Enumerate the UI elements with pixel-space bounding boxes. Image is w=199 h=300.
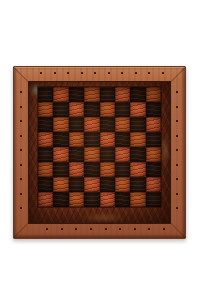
- photo-background: [0, 0, 199, 300]
- square-b7: [53, 102, 68, 117]
- frame-dot-column-right: [176, 91, 179, 209]
- square-c1: [69, 192, 84, 207]
- frame-dot-row-bottom: [46, 228, 165, 231]
- square-c7: [69, 102, 84, 117]
- inlay-dot: [119, 228, 121, 230]
- square-f4: [115, 147, 130, 162]
- inlay-dot: [148, 72, 150, 74]
- inlay-dot: [176, 120, 178, 122]
- square-g7: [130, 102, 145, 117]
- frame-miter-top-right: [171, 67, 186, 82]
- marble-vein-bottom: [81, 213, 127, 223]
- inlay-dot: [81, 72, 83, 74]
- square-b5: [53, 132, 68, 147]
- square-e6: [100, 117, 115, 132]
- inlay-dot: [105, 228, 107, 230]
- inlay-dot: [176, 106, 178, 108]
- square-e8: [100, 87, 115, 102]
- inlay-dot: [176, 193, 178, 195]
- square-b1: [53, 192, 68, 207]
- square-g4: [130, 147, 145, 162]
- inlay-dot: [176, 164, 178, 166]
- square-d2: [84, 177, 99, 192]
- inlay-dot: [67, 72, 69, 74]
- frame-miter-top-left: [13, 67, 28, 82]
- inlay-dot: [20, 106, 22, 108]
- square-b4: [53, 147, 68, 162]
- square-f8: [115, 87, 130, 102]
- inlay-dot: [20, 207, 22, 209]
- inlay-dot: [61, 228, 63, 230]
- inlay-dot: [20, 164, 22, 166]
- inlay-dot: [54, 72, 56, 74]
- square-d5: [84, 132, 99, 147]
- inlay-dot: [162, 72, 164, 74]
- inlay-dot: [176, 149, 178, 151]
- inlay-dot: [75, 228, 77, 230]
- inlay-dot: [135, 72, 137, 74]
- square-e4: [100, 147, 115, 162]
- square-b6: [53, 117, 68, 132]
- square-e7: [100, 102, 115, 117]
- square-g3: [130, 162, 145, 177]
- inlay-dot: [40, 72, 42, 74]
- square-d8: [84, 87, 99, 102]
- square-a4: [38, 147, 53, 162]
- square-d3: [84, 162, 99, 177]
- inlay-dot: [20, 91, 22, 93]
- square-a2: [38, 177, 53, 192]
- square-c5: [69, 132, 84, 147]
- square-h6: [146, 117, 161, 132]
- square-g5: [130, 132, 145, 147]
- frame-dot-column-left: [20, 91, 23, 209]
- frame-miter-bottom-left: [13, 223, 28, 238]
- square-f1: [115, 192, 130, 207]
- square-a3: [38, 162, 53, 177]
- square-c3: [69, 162, 84, 177]
- inlay-dot: [134, 228, 136, 230]
- inlay-dot: [20, 149, 22, 151]
- chessboard: [13, 66, 186, 239]
- board-squares: [38, 87, 161, 207]
- square-h1: [146, 192, 161, 207]
- square-e3: [100, 162, 115, 177]
- square-e1: [100, 192, 115, 207]
- board-margin: [28, 81, 171, 224]
- square-f6: [115, 117, 130, 132]
- frame-miter-bottom-right: [171, 223, 186, 238]
- square-h3: [146, 162, 161, 177]
- square-e2: [100, 177, 115, 192]
- square-g1: [130, 192, 145, 207]
- square-h7: [146, 102, 161, 117]
- inlay-dot: [176, 178, 178, 180]
- inlay-dot: [20, 193, 22, 195]
- square-h8: [146, 87, 161, 102]
- inlay-dot: [148, 228, 150, 230]
- square-a7: [38, 102, 53, 117]
- square-h4: [146, 147, 161, 162]
- inlay-dot: [20, 178, 22, 180]
- square-b3: [53, 162, 68, 177]
- square-g2: [130, 177, 145, 192]
- frame-dot-row-top: [40, 72, 164, 75]
- inlay-dot: [46, 228, 48, 230]
- square-b8: [53, 87, 68, 102]
- inlay-dot: [176, 91, 178, 93]
- square-h2: [146, 177, 161, 192]
- square-f3: [115, 162, 130, 177]
- square-g6: [130, 117, 145, 132]
- marble-vein-right: [161, 134, 170, 168]
- inlay-dot: [163, 228, 165, 230]
- inlay-dot: [20, 120, 22, 122]
- square-f2: [115, 177, 130, 192]
- inlay-dot: [121, 72, 123, 74]
- square-c6: [69, 117, 84, 132]
- inlay-dot: [108, 72, 110, 74]
- square-d1: [84, 192, 99, 207]
- inlay-dot: [90, 228, 92, 230]
- square-a1: [38, 192, 53, 207]
- square-d7: [84, 102, 99, 117]
- inlay-dot: [94, 72, 96, 74]
- square-c8: [69, 87, 84, 102]
- inlay-dot: [176, 207, 178, 209]
- square-d6: [84, 117, 99, 132]
- square-d4: [84, 147, 99, 162]
- square-a8: [38, 87, 53, 102]
- inlay-dot: [176, 135, 178, 137]
- square-f5: [115, 132, 130, 147]
- square-c2: [69, 177, 84, 192]
- square-b2: [53, 177, 68, 192]
- square-g8: [130, 87, 145, 102]
- square-c4: [69, 147, 84, 162]
- square-a6: [38, 117, 53, 132]
- inlay-dot: [20, 135, 22, 137]
- square-h5: [146, 132, 161, 147]
- square-a5: [38, 132, 53, 147]
- square-e5: [100, 132, 115, 147]
- square-f7: [115, 102, 130, 117]
